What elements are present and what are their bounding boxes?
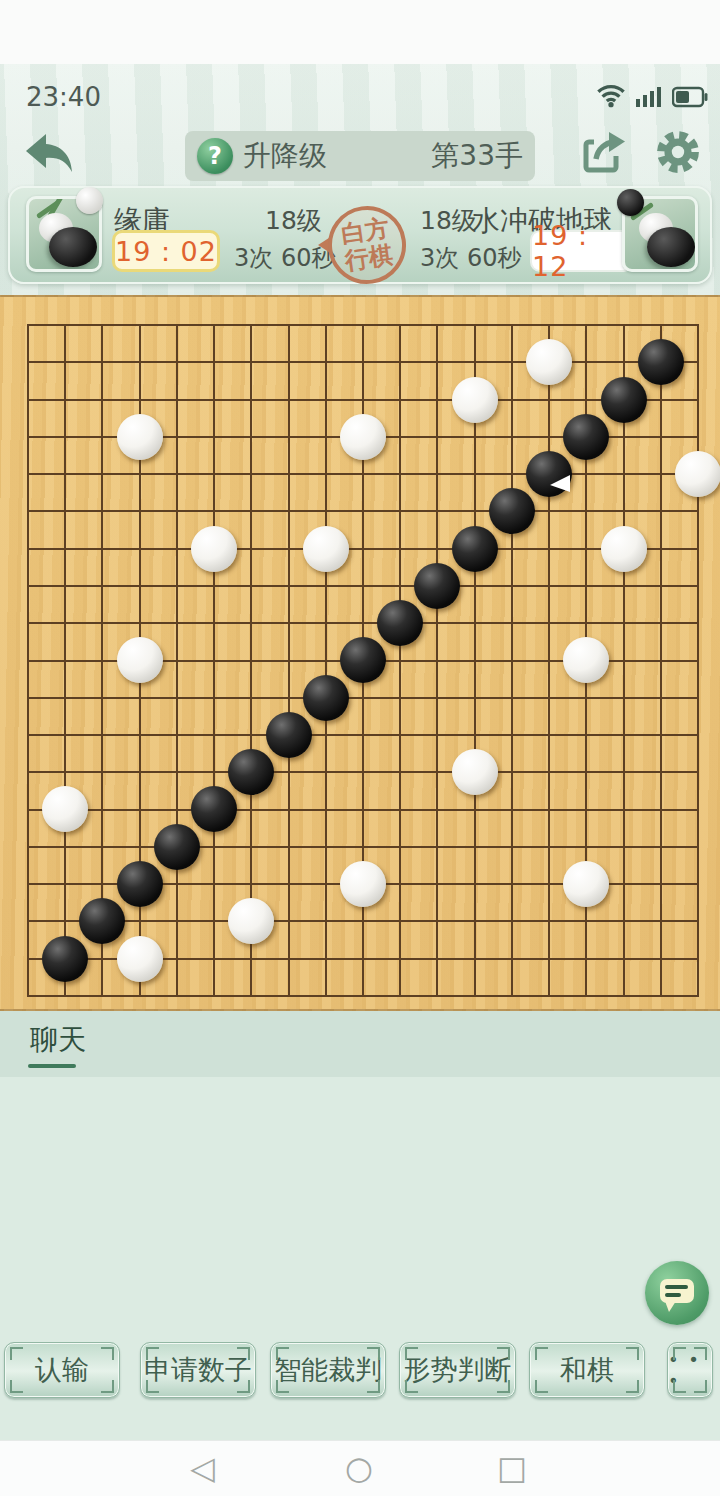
signal-icon: [635, 84, 663, 108]
black-stone: [563, 414, 609, 460]
more-actions-button[interactable]: • • •: [667, 1342, 713, 1398]
battery-icon: [672, 86, 708, 108]
status-bar: [0, 0, 720, 64]
help-icon[interactable]: ?: [197, 138, 233, 174]
resign-button[interactable]: 认输: [4, 1342, 120, 1398]
black-stone: [266, 712, 312, 758]
share-button[interactable]: [578, 128, 630, 180]
black-stone: [377, 600, 423, 646]
white-stone: [191, 526, 237, 572]
share-icon: [578, 128, 630, 180]
draw-button[interactable]: 和棋: [529, 1342, 645, 1398]
status-icons: [596, 84, 708, 108]
title-pill: ? 升降级 第33手: [185, 131, 535, 181]
turn-stamp: 白方 行棋: [323, 201, 411, 289]
game-mode-label: 升降级: [243, 137, 327, 175]
white-stone: [117, 936, 163, 982]
white-stone: [42, 786, 88, 832]
status-clock: 23:40: [26, 82, 101, 112]
black-player-byoyomi: 3次 60秒: [420, 242, 521, 274]
nav-back-icon[interactable]: ◁: [190, 1449, 215, 1487]
position-judgment-button[interactable]: 形势判断: [399, 1342, 516, 1398]
black-stone: [452, 526, 498, 572]
white-stone: [675, 451, 720, 497]
turn-stamp-line2: 行棋: [343, 242, 394, 275]
black-stone: [79, 898, 125, 944]
black-stone: [42, 936, 88, 982]
white-player-timer: 19 : 02: [112, 230, 220, 272]
white-stone: [526, 339, 572, 385]
black-stone: [489, 488, 535, 534]
position-judgment-label: 形势判断: [404, 1352, 512, 1388]
ai-referee-button[interactable]: 智能裁判: [270, 1342, 386, 1398]
draw-label: 和棋: [560, 1352, 614, 1388]
black-stone: [526, 451, 572, 497]
black-stone-badge: [617, 189, 644, 216]
resign-label: 认输: [35, 1352, 89, 1388]
black-player-rank: 18级: [420, 204, 477, 237]
nav-home-icon[interactable]: ○: [345, 1449, 373, 1487]
white-stone: [117, 414, 163, 460]
white-stone: [452, 377, 498, 423]
settings-button[interactable]: [652, 126, 704, 178]
request-counting-button[interactable]: 申请数子: [140, 1342, 256, 1398]
white-stone: [601, 526, 647, 572]
stones-layer: [9, 306, 716, 1011]
last-move-marker: [550, 475, 570, 492]
black-stone: [601, 377, 647, 423]
gear-icon: [652, 126, 704, 178]
white-stone: [228, 898, 274, 944]
go-board[interactable]: [0, 295, 720, 1011]
white-stone: [117, 637, 163, 683]
wifi-icon: [596, 84, 626, 108]
white-stone: [452, 749, 498, 795]
white-stone-badge: [76, 187, 103, 214]
black-stone: [154, 824, 200, 870]
back-arrow-icon: [22, 132, 74, 174]
chat-bubble-tail: [665, 1301, 676, 1312]
move-counter: 第33手: [431, 137, 523, 175]
black-stone: [191, 786, 237, 832]
chat-bubble-icon: [660, 1279, 694, 1303]
black-stone: [414, 563, 460, 609]
android-nav-bar: ◁ ○ □: [0, 1440, 720, 1496]
white-stone: [340, 414, 386, 460]
black-stone: [340, 637, 386, 683]
white-stone: [303, 526, 349, 572]
black-stone: [638, 339, 684, 385]
black-stone: [303, 675, 349, 721]
black-stone: [117, 861, 163, 907]
black-player-timer: 19 : 12: [530, 230, 634, 272]
chat-tab-underline: [28, 1064, 76, 1068]
chat-tab-bar: 聊天: [0, 1011, 720, 1077]
black-stone: [228, 749, 274, 795]
player-bar: 缘庸 18级 19 : 02 3次 60秒 白方 行棋 18级 水冲破地球 3次…: [8, 186, 712, 284]
white-player-rank: 18级: [265, 204, 322, 237]
white-stone: [563, 861, 609, 907]
back-button[interactable]: [22, 132, 74, 174]
white-stone: [563, 637, 609, 683]
nav-recents-icon[interactable]: □: [497, 1449, 527, 1487]
request-counting-label: 申请数子: [144, 1352, 252, 1388]
ai-referee-label: 智能裁判: [274, 1352, 382, 1388]
white-stone: [340, 861, 386, 907]
chat-fab-button[interactable]: [645, 1261, 709, 1325]
tab-chat[interactable]: 聊天: [30, 1021, 86, 1059]
app-screen: 23:40 ? 升降级 第33手: [0, 0, 720, 1496]
